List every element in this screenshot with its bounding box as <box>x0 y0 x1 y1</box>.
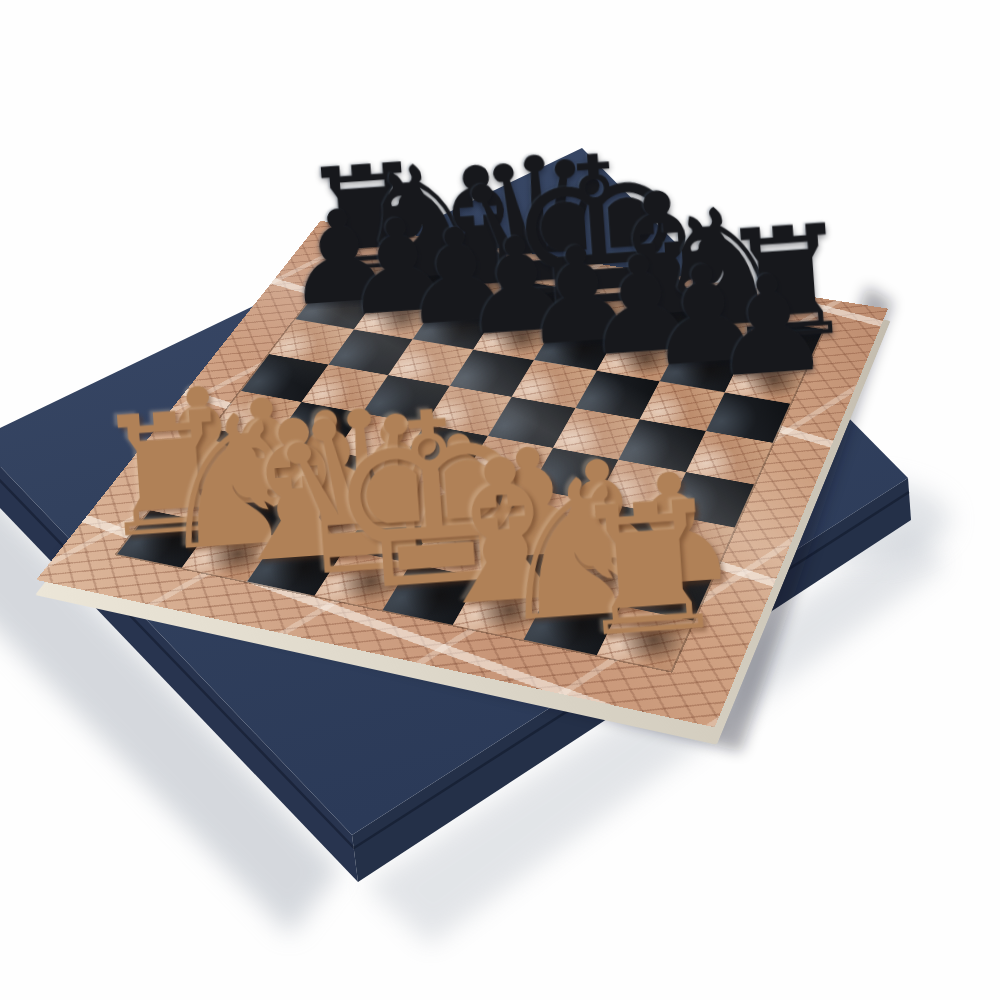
piece-black-pawn-h7[interactable]: ♟ <box>705 255 835 398</box>
board-scene: ♜♟♟♜♞♟♟♞♝♟♟♝♛♟♟♛♚♟♟♚♝♟♟♝♞♟♟♞♜♟♟♜ <box>0 0 1000 1000</box>
piece-white-rook-h1[interactable]: ♜ <box>563 475 734 663</box>
square-h1[interactable]: ♜ <box>596 606 693 671</box>
chess-board: ♜♟♟♜♞♟♟♞♝♟♟♝♛♟♟♛♚♟♟♚♝♟♟♝♞♟♟♞♜♟♟♜ <box>36 221 888 728</box>
board-marble-border: ♜♟♟♜♞♟♟♞♝♟♟♝♛♟♟♛♚♟♟♚♝♟♟♝♞♟♟♞♜♟♟♜ <box>36 221 888 728</box>
product-photo-stage: ♜♟♟♜♞♟♟♞♝♟♟♝♛♟♟♛♚♟♟♚♝♟♟♝♞♟♟♞♜♟♟♜ <box>0 0 1000 1000</box>
board-grid: ♜♟♟♜♞♟♟♞♝♟♟♝♛♟♟♛♚♟♟♚♝♟♟♝♞♟♟♞♜♟♟♜ <box>117 253 823 671</box>
